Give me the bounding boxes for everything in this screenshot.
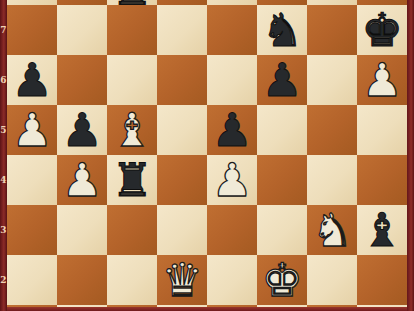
white-pawn-a5: ♟ xyxy=(7,105,57,155)
square-d3 xyxy=(157,205,207,255)
rank-label-2: 2 xyxy=(0,275,7,285)
square-f7: ♞ xyxy=(257,5,307,55)
square-h4 xyxy=(357,155,407,205)
square-b5: ♟ xyxy=(57,105,107,155)
square-a7 xyxy=(7,5,57,55)
square-e3 xyxy=(207,205,257,255)
rank-label-3: 3 xyxy=(0,225,7,235)
black-pawn-b5: ♟ xyxy=(57,105,107,155)
square-c7 xyxy=(107,5,157,55)
square-f6: ♟ xyxy=(257,55,307,105)
square-e4: ♟ xyxy=(207,155,257,205)
square-c4: ♜ xyxy=(107,155,157,205)
white-knight-g3: ♞ xyxy=(307,205,357,255)
square-f5 xyxy=(257,105,307,155)
square-h6: ♟ xyxy=(357,55,407,105)
white-bishop-c5: ♝ xyxy=(107,105,157,155)
white-king-f2: ♚ xyxy=(257,255,307,305)
white-pawn-b4: ♟ xyxy=(57,155,107,205)
square-a5: ♟ xyxy=(7,105,57,155)
square-b4: ♟ xyxy=(57,155,107,205)
square-a3 xyxy=(7,205,57,255)
square-c6 xyxy=(107,55,157,105)
square-a2 xyxy=(7,255,57,305)
black-pawn-a6: ♟ xyxy=(7,55,57,105)
chess-board: ♜♞♚♟♟♟♟♟♝♟♟♜♟♞♝♛♚ xyxy=(7,0,407,311)
square-f3 xyxy=(257,205,307,255)
square-e7 xyxy=(207,5,257,55)
black-king-h7: ♚ xyxy=(357,5,407,55)
square-g6 xyxy=(307,55,357,105)
board-bottom-border xyxy=(0,307,414,311)
black-knight-f7: ♞ xyxy=(257,5,307,55)
square-g3: ♞ xyxy=(307,205,357,255)
square-e6 xyxy=(207,55,257,105)
square-g2 xyxy=(307,255,357,305)
square-d6 xyxy=(157,55,207,105)
square-c2 xyxy=(107,255,157,305)
square-g4 xyxy=(307,155,357,205)
chess-diagram: ♜♞♚♟♟♟♟♟♝♟♟♜♟♞♝♛♚ 765432 xyxy=(0,0,414,311)
black-pawn-e5: ♟ xyxy=(207,105,257,155)
square-h7: ♚ xyxy=(357,5,407,55)
square-b7 xyxy=(57,5,107,55)
rank-label-6: 6 xyxy=(0,75,7,85)
square-g5 xyxy=(307,105,357,155)
rank-label-7: 7 xyxy=(0,25,7,35)
square-f4 xyxy=(257,155,307,205)
white-pawn-e4: ♟ xyxy=(207,155,257,205)
square-h3: ♝ xyxy=(357,205,407,255)
square-d7 xyxy=(157,5,207,55)
black-bishop-h3: ♝ xyxy=(357,205,407,255)
white-queen-d2: ♛ xyxy=(157,255,207,305)
square-b2 xyxy=(57,255,107,305)
board-left-border: 765432 xyxy=(0,0,7,311)
board-right-border xyxy=(407,0,414,311)
black-pawn-f6: ♟ xyxy=(257,55,307,105)
square-a4 xyxy=(7,155,57,205)
square-e5: ♟ xyxy=(207,105,257,155)
square-a6: ♟ xyxy=(7,55,57,105)
square-d5 xyxy=(157,105,207,155)
square-g7 xyxy=(307,5,357,55)
white-pawn-h6: ♟ xyxy=(357,55,407,105)
square-d4 xyxy=(157,155,207,205)
square-d2: ♛ xyxy=(157,255,207,305)
rank-label-5: 5 xyxy=(0,125,7,135)
square-h2 xyxy=(357,255,407,305)
square-h5 xyxy=(357,105,407,155)
square-b6 xyxy=(57,55,107,105)
square-c3 xyxy=(107,205,157,255)
rank-label-4: 4 xyxy=(0,175,7,185)
square-c5: ♝ xyxy=(107,105,157,155)
square-e2 xyxy=(207,255,257,305)
square-b3 xyxy=(57,205,107,255)
black-rook-c4: ♜ xyxy=(107,155,157,205)
square-f2: ♚ xyxy=(257,255,307,305)
board-viewport: ♜♞♚♟♟♟♟♟♝♟♟♜♟♞♝♛♚ xyxy=(7,0,407,311)
